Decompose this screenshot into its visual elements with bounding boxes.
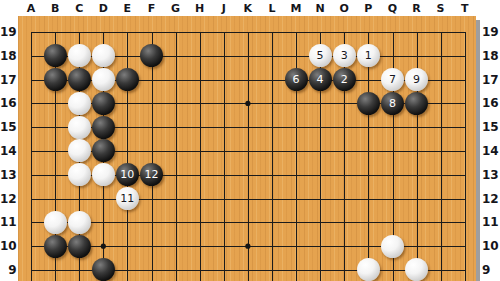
- column-label: F: [139, 0, 163, 17]
- stone-black-F18[interactable]: [140, 44, 163, 67]
- row-labels-right: 191817161514131211109: [482, 20, 500, 281]
- column-label: O: [332, 0, 356, 17]
- row-label: 15: [0, 115, 17, 139]
- row-label: 19: [0, 20, 17, 44]
- column-label: B: [43, 0, 67, 17]
- column-label: K: [236, 0, 260, 17]
- column-label: H: [188, 0, 212, 17]
- row-labels-left: 191817161514131211109: [0, 20, 15, 281]
- row-label: 9: [482, 258, 500, 281]
- stone-white-C14[interactable]: [68, 139, 91, 162]
- column-label: E: [115, 0, 139, 17]
- column-label: T: [453, 0, 477, 17]
- move-number: 7: [389, 74, 396, 85]
- column-label: C: [67, 0, 91, 17]
- column-label: M: [284, 0, 308, 17]
- column-label: N: [308, 0, 332, 17]
- stone-black-C10[interactable]: [68, 235, 91, 258]
- move-number: 4: [317, 74, 324, 85]
- column-label: D: [91, 0, 115, 17]
- stone-black-E13[interactable]: 10: [116, 163, 139, 186]
- stone-white-N18[interactable]: 5: [309, 44, 332, 67]
- row-label: 9: [0, 258, 17, 281]
- stone-black-F13[interactable]: 12: [140, 163, 163, 186]
- stone-white-R9[interactable]: [405, 258, 428, 281]
- stone-black-B18[interactable]: [44, 44, 67, 67]
- move-number: 9: [413, 74, 420, 85]
- stone-white-B11[interactable]: [44, 211, 67, 234]
- column-label: S: [429, 0, 453, 17]
- stone-white-P9[interactable]: [357, 258, 380, 281]
- column-label: P: [356, 0, 380, 17]
- row-label: 14: [482, 139, 500, 163]
- row-label: 13: [0, 163, 17, 187]
- column-label: Q: [380, 0, 404, 17]
- row-label: 12: [482, 187, 500, 211]
- stone-white-D17[interactable]: [92, 68, 115, 91]
- row-label: 12: [0, 187, 17, 211]
- stone-white-D18[interactable]: [92, 44, 115, 67]
- stone-black-B17[interactable]: [44, 68, 67, 91]
- row-label: 15: [482, 115, 500, 139]
- move-number: 8: [389, 98, 396, 109]
- move-number: 6: [293, 74, 300, 85]
- stones-layer: 531642798101211: [19, 20, 477, 281]
- stone-white-C15[interactable]: [68, 116, 91, 139]
- row-label: 18: [0, 44, 17, 68]
- stone-white-C18[interactable]: [68, 44, 91, 67]
- row-label: 16: [482, 91, 500, 115]
- column-label: G: [164, 0, 188, 17]
- row-label: 10: [0, 234, 17, 258]
- stone-black-P16[interactable]: [357, 92, 380, 115]
- stone-white-R17[interactable]: 9: [405, 68, 428, 91]
- stone-white-C13[interactable]: [68, 163, 91, 186]
- row-label: 13: [482, 163, 500, 187]
- stone-black-B10[interactable]: [44, 235, 67, 258]
- stone-black-Q16[interactable]: 8: [381, 92, 404, 115]
- row-label: 11: [482, 210, 500, 234]
- row-label: 18: [482, 44, 500, 68]
- stone-white-Q10[interactable]: [381, 235, 404, 258]
- row-label: 17: [482, 68, 500, 92]
- stone-white-C16[interactable]: [68, 92, 91, 115]
- move-number: 5: [317, 50, 324, 61]
- move-number: 10: [120, 169, 134, 180]
- stone-white-C11[interactable]: [68, 211, 91, 234]
- move-number: 3: [341, 50, 348, 61]
- row-label: 17: [0, 68, 17, 92]
- stone-black-D15[interactable]: [92, 116, 115, 139]
- column-label: R: [404, 0, 428, 17]
- row-label: 16: [0, 91, 17, 115]
- stone-white-D13[interactable]: [92, 163, 115, 186]
- row-label: 10: [482, 234, 500, 258]
- move-number: 1: [365, 50, 372, 61]
- stone-black-D16[interactable]: [92, 92, 115, 115]
- stone-black-E17[interactable]: [116, 68, 139, 91]
- move-number: 2: [341, 74, 348, 85]
- move-number: 12: [144, 169, 158, 180]
- stone-black-D9[interactable]: [92, 258, 115, 281]
- move-number: 11: [120, 193, 134, 204]
- column-label: L: [260, 0, 284, 17]
- stone-white-P18[interactable]: 1: [357, 44, 380, 67]
- stone-black-R16[interactable]: [405, 92, 428, 115]
- stone-black-M17[interactable]: 6: [285, 68, 308, 91]
- row-label: 11: [0, 210, 17, 234]
- row-label: 19: [482, 20, 500, 44]
- stone-white-O18[interactable]: 3: [333, 44, 356, 67]
- stone-black-D14[interactable]: [92, 139, 115, 162]
- stone-white-E12[interactable]: 11: [116, 187, 139, 210]
- row-label: 14: [0, 139, 17, 163]
- stone-black-N17[interactable]: 4: [309, 68, 332, 91]
- stone-black-C17[interactable]: [68, 68, 91, 91]
- column-label: J: [212, 0, 236, 17]
- stone-white-Q17[interactable]: 7: [381, 68, 404, 91]
- column-labels: ABCDEFGHJKLMNOPQRST: [19, 0, 477, 17]
- go-diagram: ABCDEFGHJKLMNOPQRST 19181716151413121110…: [0, 0, 500, 281]
- column-label: A: [19, 0, 43, 17]
- stone-black-O17[interactable]: 2: [333, 68, 356, 91]
